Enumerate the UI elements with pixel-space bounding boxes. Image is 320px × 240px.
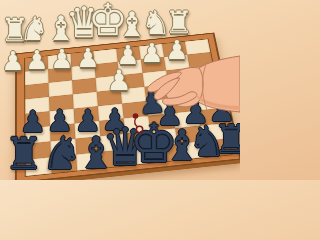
player-hand: [0, 0, 240, 180]
